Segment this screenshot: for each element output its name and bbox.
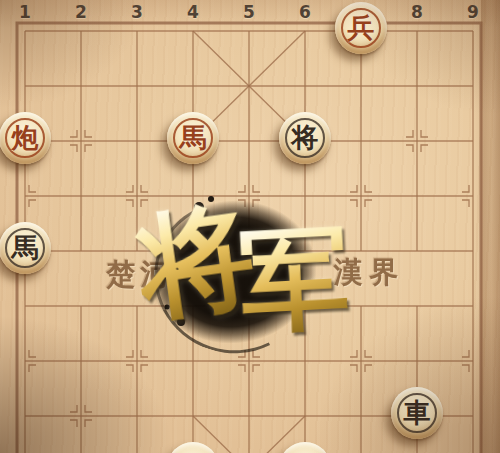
river-char-chu: 楚 — [107, 260, 136, 289]
piece-black-general[interactable]: 将 — [279, 112, 331, 164]
piece-character: 炮 — [0, 112, 51, 164]
piece-character: 将 — [279, 112, 331, 164]
piece-cutoff-piece-right[interactable] — [279, 442, 331, 453]
piece-red-cannon[interactable]: 炮 — [0, 112, 51, 164]
file-label-4: 4 — [181, 2, 205, 22]
file-label-9: 9 — [461, 2, 485, 22]
file-label-2: 2 — [69, 2, 93, 22]
file-label-1: 1 — [13, 2, 37, 22]
banner-char-jun: 军 — [236, 204, 354, 359]
piece-red-horse[interactable]: 馬 — [167, 112, 219, 164]
river-char-jie: 界 — [370, 258, 399, 287]
file-label-6: 6 — [293, 2, 317, 22]
xiangqi-board-screen: 123456789 楚 河 漢 界 兵 炮 馬 将 馬 車 — [0, 0, 500, 453]
piece-black-chariot[interactable]: 車 — [391, 387, 443, 439]
piece-red-soldier[interactable]: 兵 — [335, 2, 387, 54]
piece-character: 兵 — [335, 2, 387, 54]
piece-character: 馬 — [167, 112, 219, 164]
piece-black-horse[interactable]: 馬 — [0, 222, 51, 274]
file-label-8: 8 — [405, 2, 429, 22]
piece-character: 車 — [391, 387, 443, 439]
piece-character: 馬 — [0, 222, 51, 274]
file-label-5: 5 — [237, 2, 261, 22]
piece-cutoff-piece-left[interactable] — [167, 442, 219, 453]
piece-character — [279, 442, 331, 453]
piece-character — [167, 442, 219, 453]
file-label-3: 3 — [125, 2, 149, 22]
